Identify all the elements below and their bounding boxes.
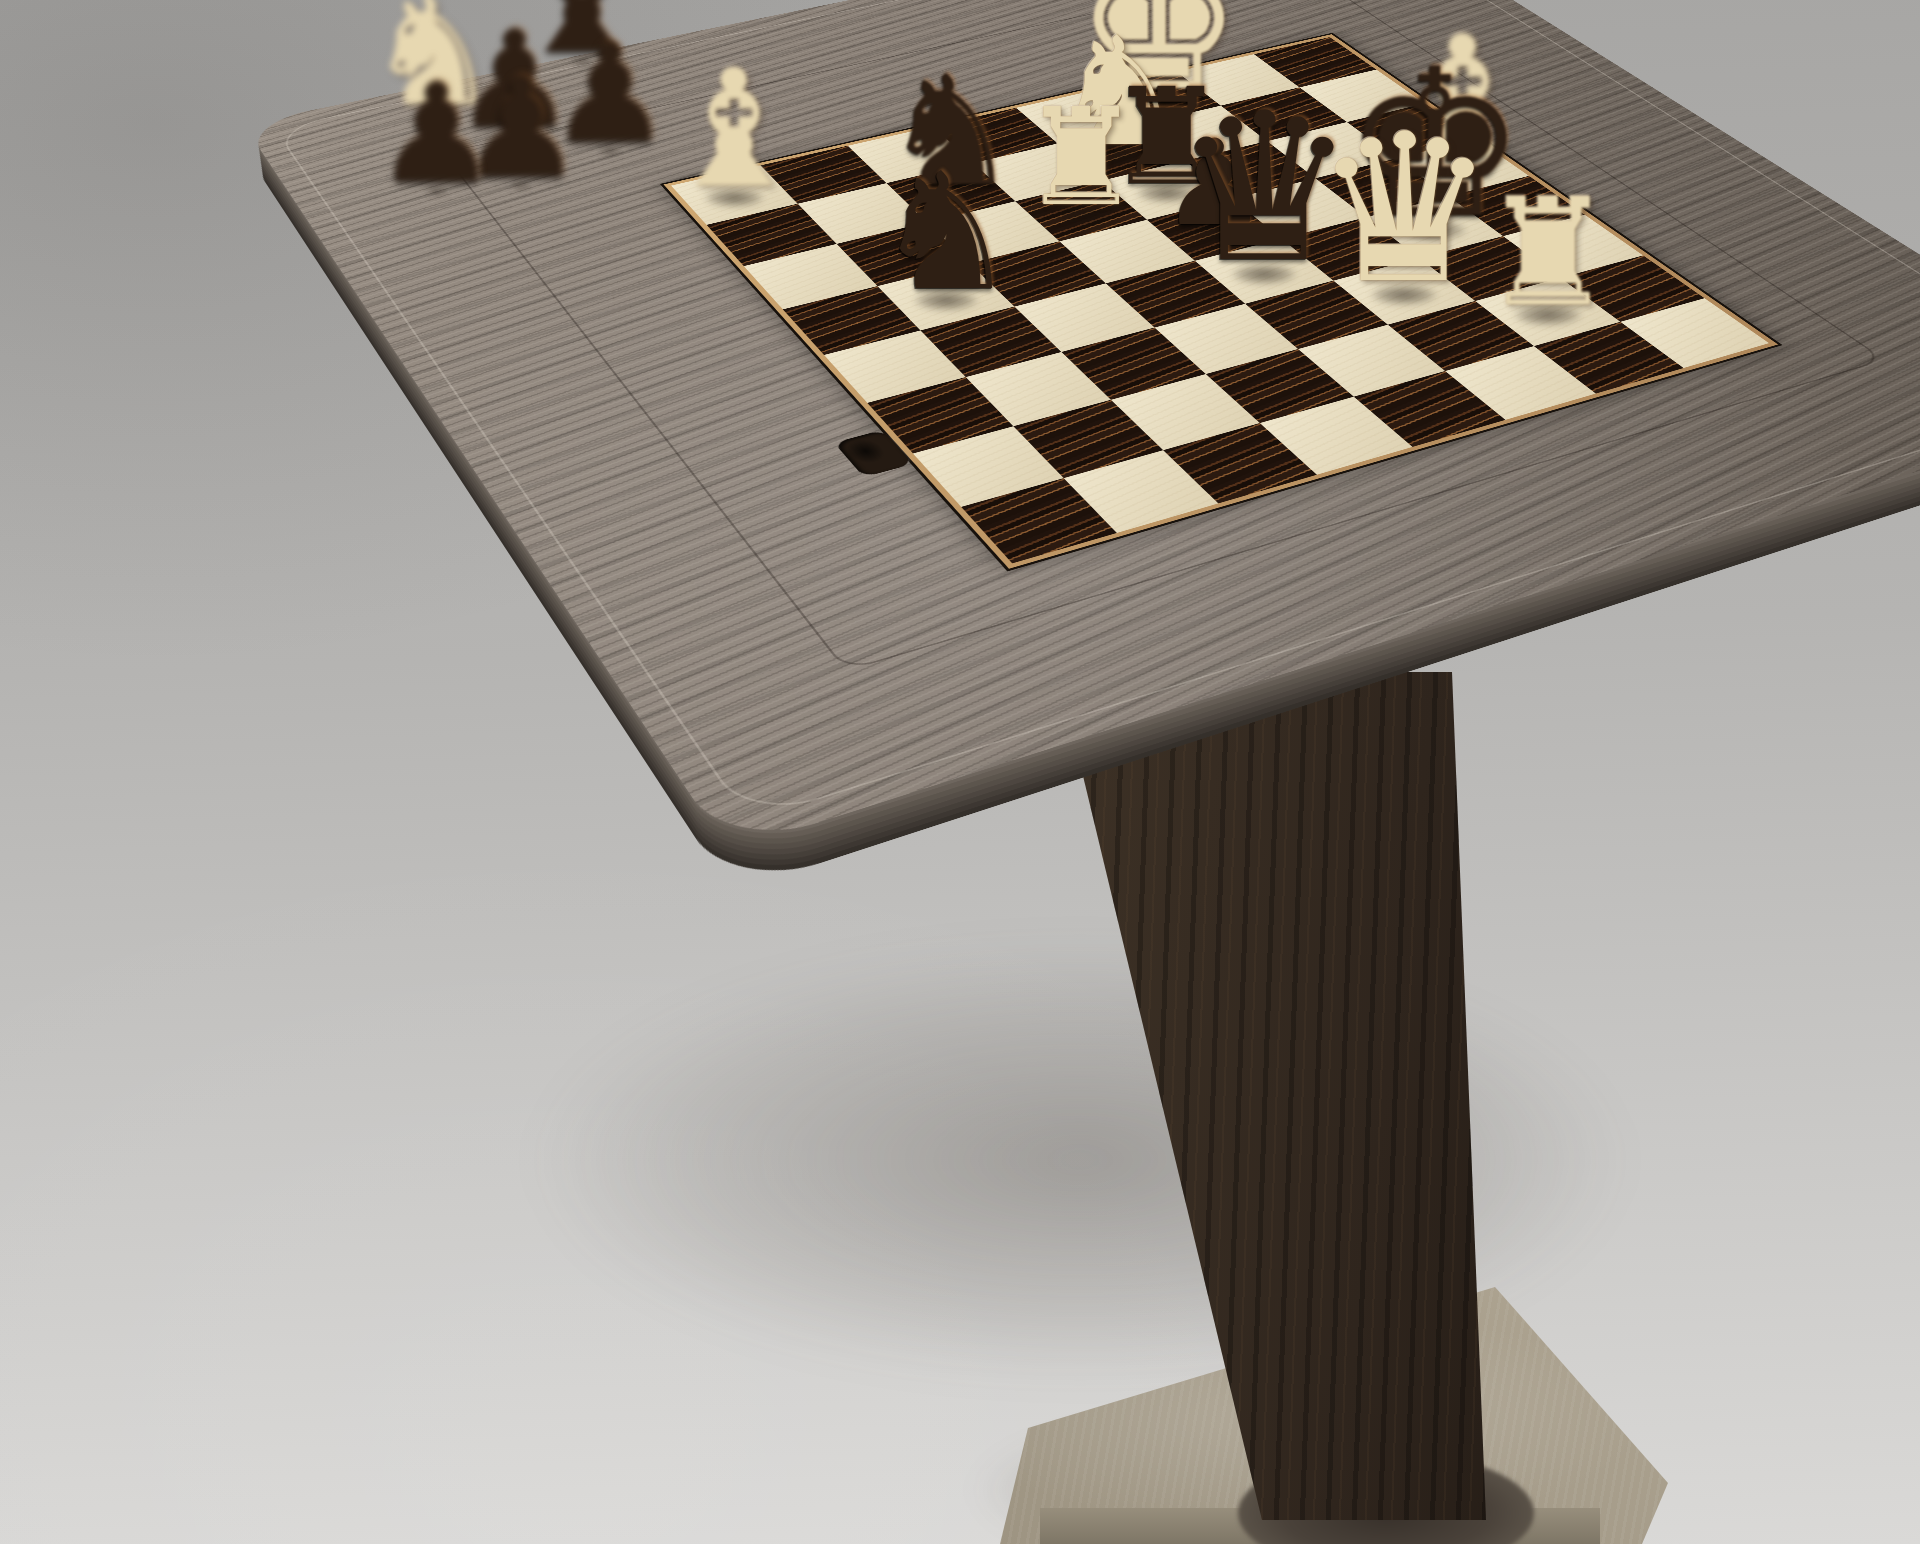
- square-b4: [878, 263, 1015, 330]
- game-table: [243, 0, 1920, 852]
- square-c8: [1163, 423, 1317, 503]
- square-g7: [1475, 278, 1620, 346]
- square-h7: [1560, 255, 1704, 321]
- square-d7: [1206, 349, 1354, 423]
- square-d8: [1260, 397, 1413, 475]
- square-g8: [1534, 322, 1684, 394]
- table-perspective: [0, 0, 1920, 1544]
- square-e8: [1354, 371, 1506, 447]
- square-d6: [1155, 304, 1299, 374]
- square-f7: [1388, 301, 1534, 371]
- square-a7: [913, 426, 1064, 507]
- square-d5: [1106, 261, 1245, 328]
- square-c7: [1111, 374, 1260, 450]
- chess-table-photo: ♝♞♞♜♞♜♟♛♚♛♚♜♝♞♝♟♟♟♟: [0, 0, 1920, 1544]
- square-a3: [744, 244, 878, 309]
- square-e6: [1245, 281, 1388, 349]
- square-h8: [1620, 298, 1769, 368]
- square-c6: [1061, 328, 1205, 400]
- square-b8: [1064, 450, 1219, 533]
- table-top-surface: [243, 0, 1920, 852]
- square-f6: [1333, 258, 1475, 325]
- square-a8: [961, 478, 1117, 563]
- square-f8: [1445, 346, 1596, 420]
- square-e7: [1298, 325, 1445, 397]
- square-a5: [824, 330, 966, 402]
- square-b5: [920, 307, 1061, 378]
- square-a4: [783, 286, 921, 355]
- square-c4: [970, 241, 1106, 306]
- finger-notch: [834, 430, 913, 478]
- square-a6: [867, 377, 1013, 453]
- square-b7: [1013, 400, 1163, 478]
- square-c5: [1014, 283, 1154, 352]
- square-b6: [966, 352, 1111, 426]
